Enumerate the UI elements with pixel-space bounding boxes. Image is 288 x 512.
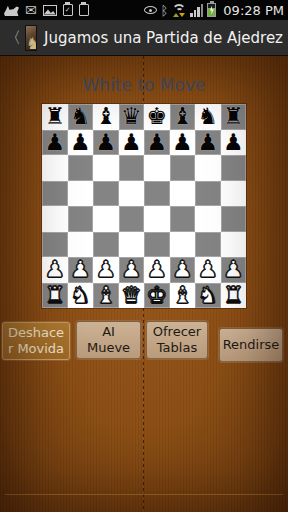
square-g3[interactable] xyxy=(195,232,221,258)
black-knight: ♞ xyxy=(70,104,91,129)
square-g5[interactable] xyxy=(195,181,221,207)
square-a7[interactable]: ♟ xyxy=(42,130,68,156)
square-h6[interactable] xyxy=(221,155,247,181)
square-e6[interactable] xyxy=(144,155,170,181)
gallery-icon xyxy=(43,5,57,16)
black-pawn: ♟ xyxy=(95,130,116,155)
square-e3[interactable] xyxy=(144,232,170,258)
battery-charging-icon xyxy=(207,3,216,17)
square-b3[interactable] xyxy=(68,232,94,258)
square-e5[interactable] xyxy=(144,181,170,207)
white-bishop: ♝ xyxy=(95,283,116,308)
black-rook: ♜ xyxy=(223,104,244,129)
square-f6[interactable] xyxy=(170,155,196,181)
ai-move-button[interactable]: AIMueve xyxy=(76,321,141,359)
clock-time: 09:28 PM xyxy=(223,3,284,18)
clipboard-icon xyxy=(79,4,89,16)
square-c5[interactable] xyxy=(93,181,119,207)
white-pawn: ♟ xyxy=(44,257,65,282)
square-b2[interactable]: ♟ xyxy=(68,257,94,283)
square-c3[interactable] xyxy=(93,232,119,258)
black-pawn: ♟ xyxy=(223,130,244,155)
wifi-icon xyxy=(172,4,186,16)
black-pawn: ♟ xyxy=(70,130,91,155)
turn-indicator: White to Move xyxy=(0,75,288,95)
white-knight: ♞ xyxy=(70,283,91,308)
signal-strength-icon xyxy=(190,4,203,17)
square-d3[interactable] xyxy=(119,232,145,258)
black-pawn: ♟ xyxy=(44,130,65,155)
black-bishop: ♝ xyxy=(172,104,193,129)
undo-move-button[interactable]: Deshacer Movida xyxy=(2,322,70,360)
white-knight: ♞ xyxy=(197,283,218,308)
black-pawn: ♟ xyxy=(172,130,193,155)
offer-draw-button[interactable]: OfrecerTablas xyxy=(146,321,208,359)
square-h4[interactable] xyxy=(221,206,247,232)
square-h1[interactable]: ♜ xyxy=(221,283,247,309)
wood-background: White to Move ♜♞♝♛♚♝♞♜♟♟♟♟♟♟♟♟♟♟♟♟♟♟♟♟♜♞… xyxy=(0,56,288,512)
black-knight: ♞ xyxy=(197,104,218,129)
square-g6[interactable] xyxy=(195,155,221,181)
square-f4[interactable] xyxy=(170,206,196,232)
square-d8[interactable]: ♛ xyxy=(119,104,145,130)
black-pawn: ♟ xyxy=(121,130,142,155)
chess-board[interactable]: ♜♞♝♛♚♝♞♜♟♟♟♟♟♟♟♟♟♟♟♟♟♟♟♟♜♞♝♛♚♝♞♜ xyxy=(42,104,246,308)
square-d7[interactable]: ♟ xyxy=(119,130,145,156)
square-e8[interactable]: ♚ xyxy=(144,104,170,130)
title-bar: 〈 ♞♞ Jugamos una Partida de Ajedrez xyxy=(0,20,288,56)
square-b6[interactable] xyxy=(68,155,94,181)
envelope-icon: ✉ xyxy=(25,3,37,17)
status-bar: ✉ ✓ ᛒ 09:28 PM xyxy=(0,0,288,20)
white-pawn: ♟ xyxy=(95,257,116,282)
white-king: ♚ xyxy=(146,283,167,308)
square-e4[interactable] xyxy=(144,206,170,232)
notification-icons: ✉ ✓ xyxy=(4,3,89,17)
square-g8[interactable]: ♞ xyxy=(195,104,221,130)
eye-icon xyxy=(144,6,157,14)
square-e2[interactable]: ♟ xyxy=(144,257,170,283)
white-pawn: ♟ xyxy=(70,257,91,282)
square-c6[interactable] xyxy=(93,155,119,181)
square-f1[interactable]: ♝ xyxy=(170,283,196,309)
square-b5[interactable] xyxy=(68,181,94,207)
square-a5[interactable] xyxy=(42,181,68,207)
square-h3[interactable] xyxy=(221,232,247,258)
square-d5[interactable] xyxy=(119,181,145,207)
animal-icon xyxy=(4,4,19,16)
black-rook: ♜ xyxy=(44,104,65,129)
app-two-knights-icon: ♞♞ xyxy=(25,25,37,51)
black-queen: ♛ xyxy=(121,104,142,129)
square-g2[interactable]: ♟ xyxy=(195,257,221,283)
white-rook: ♜ xyxy=(223,283,244,308)
square-f2[interactable]: ♟ xyxy=(170,257,196,283)
square-c4[interactable] xyxy=(93,206,119,232)
square-a8[interactable]: ♜ xyxy=(42,104,68,130)
white-pawn: ♟ xyxy=(223,257,244,282)
square-h7[interactable]: ♟ xyxy=(221,130,247,156)
black-bishop: ♝ xyxy=(95,104,116,129)
black-pawn: ♟ xyxy=(197,130,218,155)
square-a3[interactable] xyxy=(42,232,68,258)
square-b4[interactable] xyxy=(68,206,94,232)
square-d2[interactable]: ♟ xyxy=(119,257,145,283)
square-h2[interactable]: ♟ xyxy=(221,257,247,283)
white-pawn: ♟ xyxy=(197,257,218,282)
square-h8[interactable]: ♜ xyxy=(221,104,247,130)
square-a1[interactable]: ♜ xyxy=(42,283,68,309)
white-pawn: ♟ xyxy=(172,257,193,282)
square-a4[interactable] xyxy=(42,206,68,232)
square-d6[interactable] xyxy=(119,155,145,181)
square-e7[interactable]: ♟ xyxy=(144,130,170,156)
square-b8[interactable]: ♞ xyxy=(68,104,94,130)
resign-button[interactable]: Rendirse xyxy=(219,328,283,362)
square-f5[interactable] xyxy=(170,181,196,207)
square-d4[interactable] xyxy=(119,206,145,232)
square-g4[interactable] xyxy=(195,206,221,232)
square-f3[interactable] xyxy=(170,232,196,258)
white-bishop: ♝ xyxy=(172,283,193,308)
square-b1[interactable]: ♞ xyxy=(68,283,94,309)
bluetooth-icon: ᛒ xyxy=(161,4,169,17)
square-h5[interactable] xyxy=(221,181,247,207)
black-pawn: ♟ xyxy=(146,130,167,155)
white-pawn: ♟ xyxy=(146,257,167,282)
square-a6[interactable] xyxy=(42,155,68,181)
white-rook: ♜ xyxy=(44,283,65,308)
wood-bottom-line xyxy=(5,494,283,495)
system-status-icons: ᛒ 09:28 PM xyxy=(144,3,284,18)
page-title: Jugamos una Partida de Ajedrez xyxy=(44,29,283,47)
square-d1[interactable]: ♛ xyxy=(119,283,145,309)
square-c7[interactable]: ♟ xyxy=(93,130,119,156)
black-king: ♚ xyxy=(146,104,167,129)
square-c8[interactable]: ♝ xyxy=(93,104,119,130)
square-f8[interactable]: ♝ xyxy=(170,104,196,130)
app-screen: ✉ ✓ ᛒ 09:28 PM 〈 ♞♞ Jugamos una Partida … xyxy=(0,0,288,512)
square-b7[interactable]: ♟ xyxy=(68,130,94,156)
clipboard-check-icon: ✓ xyxy=(63,4,73,16)
square-c1[interactable]: ♝ xyxy=(93,283,119,309)
white-queen: ♛ xyxy=(121,283,142,308)
back-button[interactable]: 〈 xyxy=(5,30,21,46)
square-g7[interactable]: ♟ xyxy=(195,130,221,156)
white-pawn: ♟ xyxy=(121,257,142,282)
square-f7[interactable]: ♟ xyxy=(170,130,196,156)
square-a2[interactable]: ♟ xyxy=(42,257,68,283)
square-c2[interactable]: ♟ xyxy=(93,257,119,283)
square-g1[interactable]: ♞ xyxy=(195,283,221,309)
square-e1[interactable]: ♚ xyxy=(144,283,170,309)
